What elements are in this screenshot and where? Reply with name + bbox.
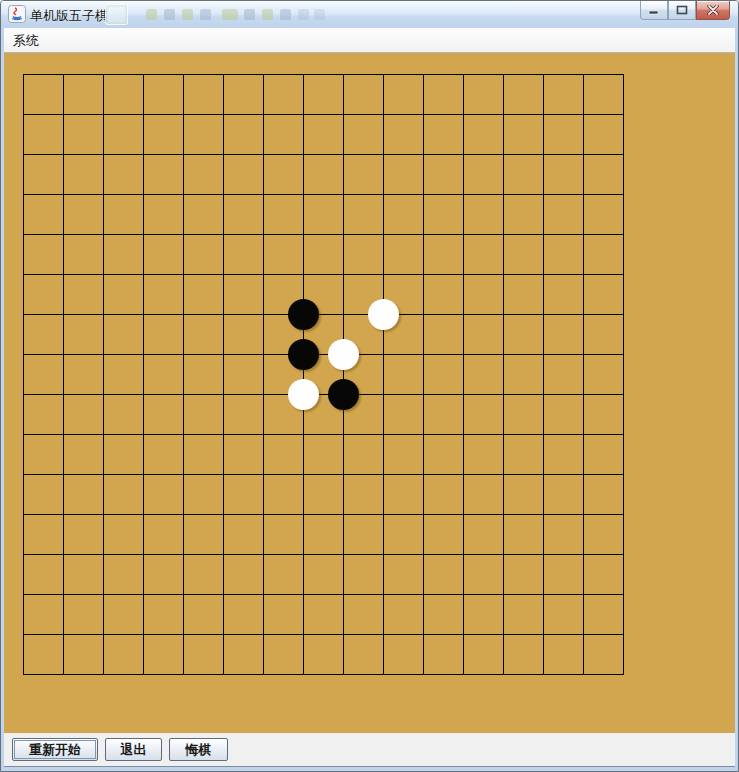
ghost-icon <box>105 4 128 25</box>
stone-black <box>288 339 319 370</box>
ghost-icon <box>182 9 193 20</box>
menu-item-system[interactable]: 系统 <box>4 28 49 50</box>
ghost-icon <box>298 9 309 20</box>
stone-white <box>368 299 399 330</box>
ghost-toolbar-icons <box>1 1 738 28</box>
app-window: 单机版五子棋 <box>0 0 739 772</box>
undo-button[interactable]: 悔棋 <box>169 738 228 761</box>
ghost-icon <box>280 9 291 20</box>
stone-black <box>328 379 359 410</box>
ghost-icon <box>222 9 238 20</box>
exit-button[interactable]: 退出 <box>105 738 162 761</box>
maximize-button[interactable] <box>668 1 696 20</box>
ghost-icon <box>146 9 157 20</box>
ghost-icon <box>164 9 175 20</box>
stone-white <box>288 379 319 410</box>
ghost-icon <box>244 9 255 20</box>
window-title: 单机版五子棋 <box>30 7 108 25</box>
board-area <box>4 53 735 733</box>
close-button[interactable] <box>696 1 730 20</box>
button-panel: 重新开始 退出 悔棋 <box>4 733 735 767</box>
stone-white <box>328 339 359 370</box>
stone-black <box>288 299 319 330</box>
maximize-icon <box>676 5 688 15</box>
ghost-icon <box>262 9 273 20</box>
java-cup-icon <box>8 5 26 23</box>
menubar: 系统 <box>4 28 735 53</box>
board[interactable] <box>3 54 643 694</box>
window-controls <box>640 1 730 20</box>
minimize-button[interactable] <box>640 1 668 20</box>
close-icon <box>707 5 719 15</box>
stones-layer <box>3 54 643 694</box>
ghost-icon <box>314 9 325 20</box>
ghost-icon <box>200 9 211 20</box>
titlebar[interactable]: 单机版五子棋 <box>1 1 738 28</box>
restart-button[interactable]: 重新开始 <box>12 738 98 761</box>
minimize-icon <box>648 6 660 15</box>
